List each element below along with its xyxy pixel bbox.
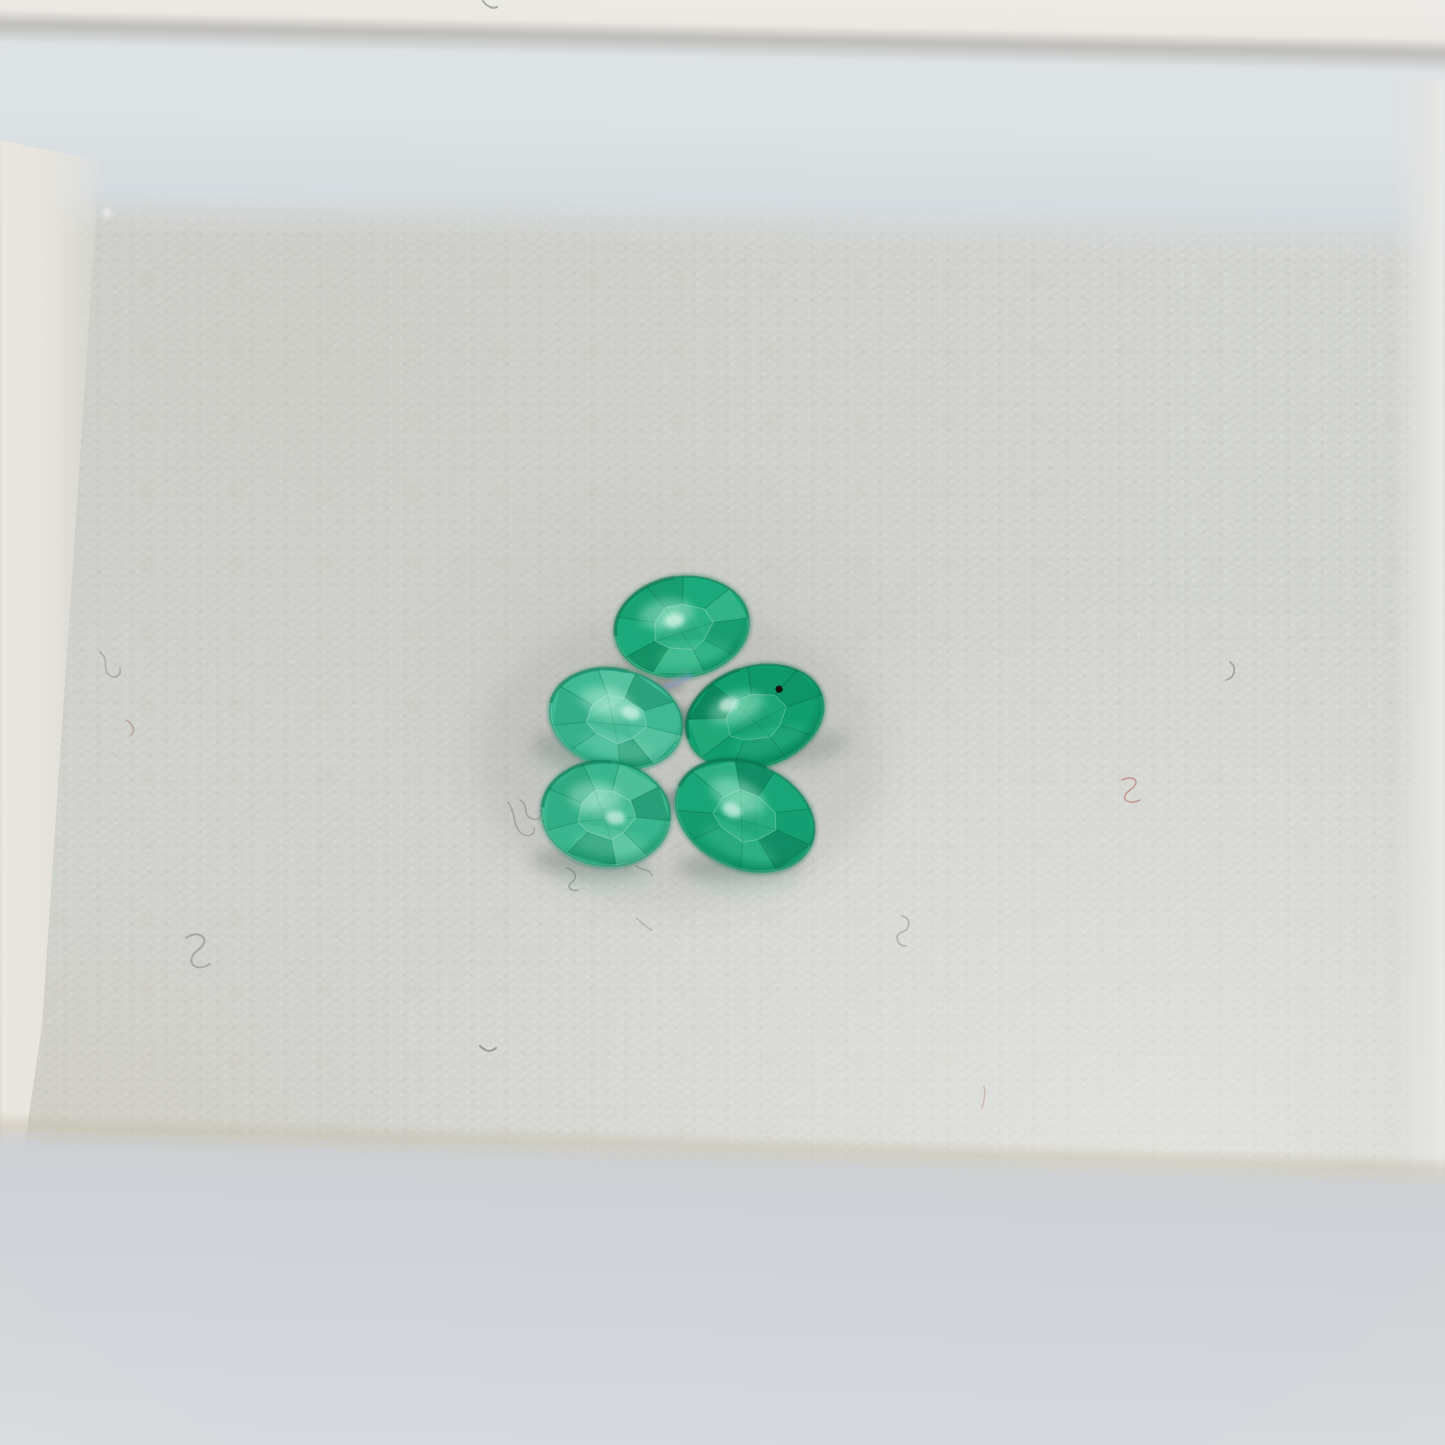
gem-cluster [0, 0, 1445, 1445]
gem-tray-photo [0, 0, 1445, 1445]
felt-fibers [100, 1, 1234, 1108]
